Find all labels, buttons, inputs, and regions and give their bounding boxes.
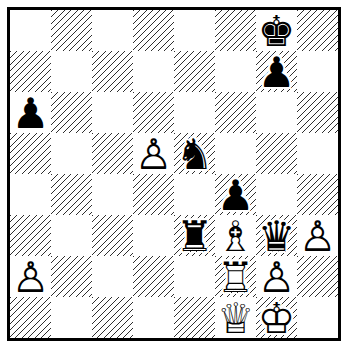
square-d4[interactable] bbox=[133, 174, 174, 215]
black-queen-g3[interactable]: ♛♛ bbox=[256, 215, 297, 256]
square-c6[interactable] bbox=[92, 92, 133, 133]
black-pawn-f4[interactable]: ♟♟ bbox=[215, 174, 256, 215]
square-g1[interactable]: ♚♔ bbox=[256, 297, 297, 338]
square-e8[interactable] bbox=[174, 10, 215, 51]
white-rook-icon: ♖ bbox=[217, 257, 255, 299]
square-e2[interactable] bbox=[174, 256, 215, 297]
white-bishop-icon: ♗ bbox=[217, 216, 255, 258]
square-g4[interactable] bbox=[256, 174, 297, 215]
square-h5[interactable] bbox=[297, 133, 338, 174]
white-rook-f2[interactable]: ♜♖ bbox=[215, 256, 256, 297]
square-h6[interactable] bbox=[297, 92, 338, 133]
square-e4[interactable] bbox=[174, 174, 215, 215]
square-d3[interactable] bbox=[133, 215, 174, 256]
square-a8[interactable] bbox=[10, 10, 51, 51]
square-c1[interactable] bbox=[92, 297, 133, 338]
square-b2[interactable] bbox=[51, 256, 92, 297]
white-pawn-h3[interactable]: ♟♙ bbox=[297, 215, 338, 256]
black-rook-icon: ♜ bbox=[176, 216, 214, 258]
white-queen-icon: ♕ bbox=[217, 298, 255, 340]
square-f5[interactable] bbox=[215, 133, 256, 174]
square-f8[interactable] bbox=[215, 10, 256, 51]
black-rook-e3[interactable]: ♜♜ bbox=[174, 215, 215, 256]
square-f7[interactable] bbox=[215, 51, 256, 92]
square-h1[interactable] bbox=[297, 297, 338, 338]
square-f6[interactable] bbox=[215, 92, 256, 133]
square-a4[interactable] bbox=[10, 174, 51, 215]
square-c8[interactable] bbox=[92, 10, 133, 51]
square-d8[interactable] bbox=[133, 10, 174, 51]
square-h4[interactable] bbox=[297, 174, 338, 215]
white-pawn-icon: ♙ bbox=[135, 134, 173, 176]
square-c5[interactable] bbox=[92, 133, 133, 174]
square-d2[interactable] bbox=[133, 256, 174, 297]
square-g8[interactable]: ♚♚ bbox=[256, 10, 297, 51]
square-g7[interactable]: ♟♟ bbox=[256, 51, 297, 92]
white-pawn-icon: ♙ bbox=[258, 257, 296, 299]
white-pawn-icon: ♙ bbox=[299, 216, 337, 258]
square-b5[interactable] bbox=[51, 133, 92, 174]
square-h7[interactable] bbox=[297, 51, 338, 92]
black-knight-e5[interactable]: ♞♞ bbox=[174, 133, 215, 174]
white-king-g1[interactable]: ♚♔ bbox=[256, 297, 297, 338]
square-c7[interactable] bbox=[92, 51, 133, 92]
square-a2[interactable]: ♟♙ bbox=[10, 256, 51, 297]
square-e6[interactable] bbox=[174, 92, 215, 133]
square-h3[interactable]: ♟♙ bbox=[297, 215, 338, 256]
white-pawn-g2[interactable]: ♟♙ bbox=[256, 256, 297, 297]
square-a6[interactable]: ♟♟ bbox=[10, 92, 51, 133]
square-f3[interactable]: ♝♗ bbox=[215, 215, 256, 256]
white-queen-f1[interactable]: ♛♕ bbox=[215, 297, 256, 338]
chess-board: ♚♚♟♟♟♟♟♙♞♞♟♟♜♜♝♗♛♛♟♙♟♙♜♖♟♙♛♕♚♔ bbox=[7, 7, 341, 341]
square-e5[interactable]: ♞♞ bbox=[174, 133, 215, 174]
chess-diagram: ♚♚♟♟♟♟♟♙♞♞♟♟♜♜♝♗♛♛♟♙♟♙♜♖♟♙♛♕♚♔ bbox=[0, 0, 350, 350]
square-b6[interactable] bbox=[51, 92, 92, 133]
white-pawn-d5[interactable]: ♟♙ bbox=[133, 133, 174, 174]
square-b7[interactable] bbox=[51, 51, 92, 92]
square-c2[interactable] bbox=[92, 256, 133, 297]
square-d7[interactable] bbox=[133, 51, 174, 92]
black-pawn-icon: ♟ bbox=[258, 52, 296, 94]
square-b1[interactable] bbox=[51, 297, 92, 338]
black-knight-icon: ♞ bbox=[176, 134, 214, 176]
square-h2[interactable] bbox=[297, 256, 338, 297]
square-f4[interactable]: ♟♟ bbox=[215, 174, 256, 215]
square-e3[interactable]: ♜♜ bbox=[174, 215, 215, 256]
black-pawn-a6[interactable]: ♟♟ bbox=[10, 92, 51, 133]
square-a3[interactable] bbox=[10, 215, 51, 256]
square-e1[interactable] bbox=[174, 297, 215, 338]
square-a7[interactable] bbox=[10, 51, 51, 92]
square-g3[interactable]: ♛♛ bbox=[256, 215, 297, 256]
square-c3[interactable] bbox=[92, 215, 133, 256]
square-a1[interactable] bbox=[10, 297, 51, 338]
square-b8[interactable] bbox=[51, 10, 92, 51]
white-bishop-f3[interactable]: ♝♗ bbox=[215, 215, 256, 256]
black-king-g8[interactable]: ♚♚ bbox=[256, 10, 297, 51]
square-g2[interactable]: ♟♙ bbox=[256, 256, 297, 297]
square-d5[interactable]: ♟♙ bbox=[133, 133, 174, 174]
square-h8[interactable] bbox=[297, 10, 338, 51]
square-a5[interactable] bbox=[10, 133, 51, 174]
square-e7[interactable] bbox=[174, 51, 215, 92]
white-pawn-icon: ♙ bbox=[12, 257, 50, 299]
black-pawn-icon: ♟ bbox=[217, 175, 255, 217]
square-b3[interactable] bbox=[51, 215, 92, 256]
white-pawn-a2[interactable]: ♟♙ bbox=[10, 256, 51, 297]
square-d6[interactable] bbox=[133, 92, 174, 133]
square-g5[interactable] bbox=[256, 133, 297, 174]
black-king-icon: ♚ bbox=[258, 11, 296, 53]
black-pawn-g7[interactable]: ♟♟ bbox=[256, 51, 297, 92]
square-b4[interactable] bbox=[51, 174, 92, 215]
square-c4[interactable] bbox=[92, 174, 133, 215]
square-d1[interactable] bbox=[133, 297, 174, 338]
square-f2[interactable]: ♜♖ bbox=[215, 256, 256, 297]
black-pawn-icon: ♟ bbox=[12, 93, 50, 135]
black-queen-icon: ♛ bbox=[258, 216, 296, 258]
square-f1[interactable]: ♛♕ bbox=[215, 297, 256, 338]
white-king-icon: ♔ bbox=[258, 298, 296, 340]
square-g6[interactable] bbox=[256, 92, 297, 133]
